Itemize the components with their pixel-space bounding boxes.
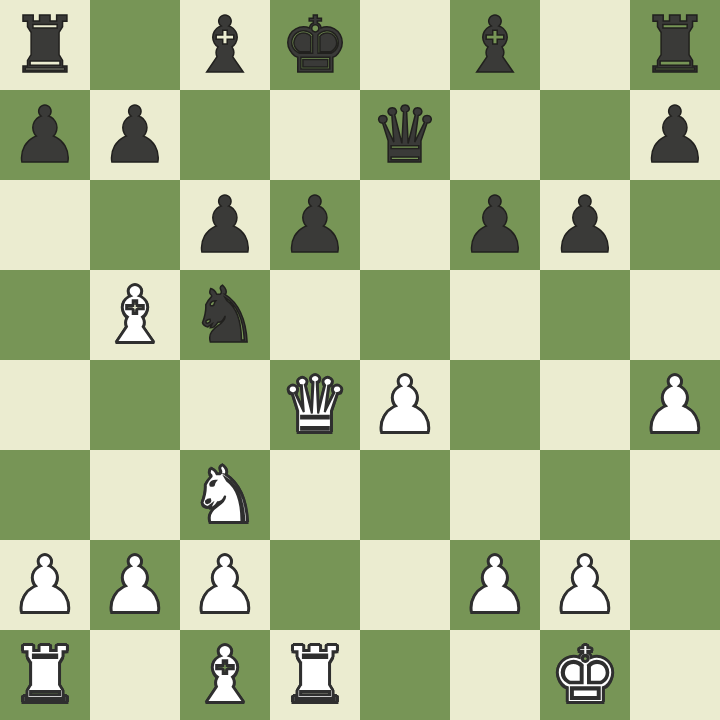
piece-black-pawn[interactable]: ♟ [640, 90, 710, 180]
square-e5[interactable] [360, 270, 450, 360]
square-b7[interactable]: ♟ [90, 90, 180, 180]
piece-black-pawn[interactable]: ♟ [100, 90, 170, 180]
square-c2[interactable]: ♟ [180, 540, 270, 630]
piece-black-pawn[interactable]: ♟ [460, 180, 530, 270]
square-f6[interactable]: ♟ [450, 180, 540, 270]
piece-black-knight[interactable]: ♞ [190, 270, 260, 360]
square-b3[interactable] [90, 450, 180, 540]
chess-board: ♜♝♚♝♜♟♟♛♟♟♟♟♟♝♞♛♟♟♞♟♟♟♟♟♜♝♜♚ [0, 0, 720, 720]
piece-white-pawn[interactable]: ♟ [640, 360, 710, 450]
square-a4[interactable] [0, 360, 90, 450]
square-c3[interactable]: ♞ [180, 450, 270, 540]
square-h4[interactable]: ♟ [630, 360, 720, 450]
square-e3[interactable] [360, 450, 450, 540]
square-b8[interactable] [90, 0, 180, 90]
square-c5[interactable]: ♞ [180, 270, 270, 360]
square-g3[interactable] [540, 450, 630, 540]
square-f1[interactable] [450, 630, 540, 720]
piece-white-pawn[interactable]: ♟ [190, 540, 260, 630]
piece-black-pawn[interactable]: ♟ [550, 180, 620, 270]
square-h8[interactable]: ♜ [630, 0, 720, 90]
square-e1[interactable] [360, 630, 450, 720]
piece-black-pawn[interactable]: ♟ [10, 90, 80, 180]
square-a6[interactable] [0, 180, 90, 270]
square-d2[interactable] [270, 540, 360, 630]
square-g7[interactable] [540, 90, 630, 180]
square-a1[interactable]: ♜ [0, 630, 90, 720]
square-d8[interactable]: ♚ [270, 0, 360, 90]
piece-white-rook[interactable]: ♜ [280, 630, 350, 720]
square-e8[interactable] [360, 0, 450, 90]
piece-black-rook[interactable]: ♜ [640, 0, 710, 90]
square-d5[interactable] [270, 270, 360, 360]
square-a3[interactable] [0, 450, 90, 540]
piece-white-pawn[interactable]: ♟ [10, 540, 80, 630]
square-d3[interactable] [270, 450, 360, 540]
piece-white-king[interactable]: ♚ [550, 630, 620, 720]
piece-white-pawn[interactable]: ♟ [370, 360, 440, 450]
square-d6[interactable]: ♟ [270, 180, 360, 270]
square-h1[interactable] [630, 630, 720, 720]
square-a5[interactable] [0, 270, 90, 360]
square-f3[interactable] [450, 450, 540, 540]
piece-black-rook[interactable]: ♜ [10, 0, 80, 90]
piece-white-queen[interactable]: ♛ [280, 360, 350, 450]
square-h5[interactable] [630, 270, 720, 360]
square-a8[interactable]: ♜ [0, 0, 90, 90]
square-g4[interactable] [540, 360, 630, 450]
square-c4[interactable] [180, 360, 270, 450]
square-d7[interactable] [270, 90, 360, 180]
piece-black-pawn[interactable]: ♟ [280, 180, 350, 270]
piece-white-pawn[interactable]: ♟ [460, 540, 530, 630]
square-g5[interactable] [540, 270, 630, 360]
square-f8[interactable]: ♝ [450, 0, 540, 90]
square-e4[interactable]: ♟ [360, 360, 450, 450]
piece-black-bishop[interactable]: ♝ [190, 0, 260, 90]
square-h7[interactable]: ♟ [630, 90, 720, 180]
square-h3[interactable] [630, 450, 720, 540]
piece-black-queen[interactable]: ♛ [370, 90, 440, 180]
square-a2[interactable]: ♟ [0, 540, 90, 630]
piece-white-bishop[interactable]: ♝ [100, 270, 170, 360]
piece-white-bishop[interactable]: ♝ [190, 630, 260, 720]
square-f2[interactable]: ♟ [450, 540, 540, 630]
square-b1[interactable] [90, 630, 180, 720]
square-a7[interactable]: ♟ [0, 90, 90, 180]
square-g1[interactable]: ♚ [540, 630, 630, 720]
square-c8[interactable]: ♝ [180, 0, 270, 90]
piece-black-king[interactable]: ♚ [280, 0, 350, 90]
square-g8[interactable] [540, 0, 630, 90]
piece-black-pawn[interactable]: ♟ [190, 180, 260, 270]
square-e7[interactable]: ♛ [360, 90, 450, 180]
square-e6[interactable] [360, 180, 450, 270]
piece-white-pawn[interactable]: ♟ [100, 540, 170, 630]
square-d1[interactable]: ♜ [270, 630, 360, 720]
square-h2[interactable] [630, 540, 720, 630]
square-f7[interactable] [450, 90, 540, 180]
piece-black-bishop[interactable]: ♝ [460, 0, 530, 90]
square-c7[interactable] [180, 90, 270, 180]
square-f4[interactable] [450, 360, 540, 450]
square-e2[interactable] [360, 540, 450, 630]
piece-white-rook[interactable]: ♜ [10, 630, 80, 720]
piece-white-pawn[interactable]: ♟ [550, 540, 620, 630]
square-b6[interactable] [90, 180, 180, 270]
square-h6[interactable] [630, 180, 720, 270]
square-b4[interactable] [90, 360, 180, 450]
square-f5[interactable] [450, 270, 540, 360]
square-c1[interactable]: ♝ [180, 630, 270, 720]
square-g6[interactable]: ♟ [540, 180, 630, 270]
square-c6[interactable]: ♟ [180, 180, 270, 270]
square-d4[interactable]: ♛ [270, 360, 360, 450]
square-b5[interactable]: ♝ [90, 270, 180, 360]
piece-white-knight[interactable]: ♞ [190, 450, 260, 540]
square-g2[interactable]: ♟ [540, 540, 630, 630]
square-b2[interactable]: ♟ [90, 540, 180, 630]
